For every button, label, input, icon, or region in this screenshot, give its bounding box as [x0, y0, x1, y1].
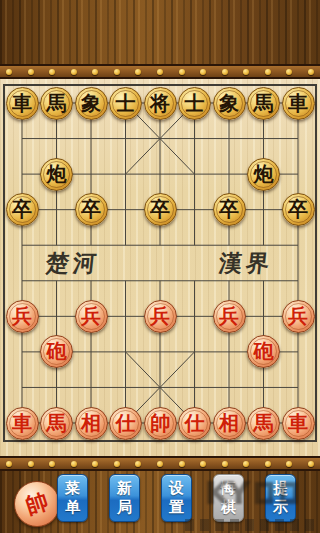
new-game-button-label: 新局 [117, 479, 132, 517]
stud-dot [92, 461, 98, 467]
stud-dot [265, 69, 271, 75]
menu-button-label: 菜单 [65, 479, 80, 517]
settings-button[interactable]: 设置 [161, 474, 192, 522]
stud-dot [71, 461, 77, 467]
hint-button[interactable]: 提示 [265, 474, 296, 522]
bottom-toolbar: 帥 菜单新局设置悔棋提示 [0, 471, 320, 533]
piece-black-象-c6r0[interactable]: 象 [213, 87, 246, 120]
piece-black-卒-c4r3[interactable]: 卒 [144, 193, 177, 226]
piece-red-砲-c1r7[interactable]: 砲 [40, 335, 73, 368]
stud-dot [135, 69, 141, 75]
stud-dot [114, 461, 120, 467]
xiangqi-board[interactable]: 楚河 漢界 車馬象士将士象馬車炮炮卒卒卒卒卒兵兵兵兵兵砲砲車馬相仕帥仕相馬車 [0, 79, 320, 456]
stud-dot [286, 69, 292, 75]
stud-strip-top [0, 64, 320, 79]
piece-red-馬-c1r9[interactable]: 馬 [40, 407, 73, 440]
stud-dot [157, 69, 163, 75]
stud-dot [222, 69, 228, 75]
piece-red-兵-c2r6[interactable]: 兵 [75, 300, 108, 333]
turn-indicator-glyph: 帥 [22, 486, 52, 521]
settings-button-label: 设置 [169, 479, 184, 517]
undo-button-label: 悔棋 [221, 479, 236, 517]
pieces-layer: 車馬象士将士象馬車炮炮卒卒卒卒卒兵兵兵兵兵砲砲車馬相仕帥仕相馬車 [0, 79, 320, 456]
menu-button[interactable]: 菜单 [57, 474, 88, 522]
stud-dot [6, 461, 12, 467]
stud-dot [49, 461, 55, 467]
stud-dot [179, 69, 185, 75]
piece-black-卒-c6r3[interactable]: 卒 [213, 193, 246, 226]
stud-dot [28, 69, 34, 75]
undo-button[interactable]: 悔棋 [213, 474, 244, 522]
stud-dot [179, 461, 185, 467]
piece-red-砲-c7r7[interactable]: 砲 [247, 335, 280, 368]
hint-button-label: 提示 [273, 479, 288, 517]
piece-black-炮-c1r2[interactable]: 炮 [40, 158, 73, 191]
piece-red-兵-c0r6[interactable]: 兵 [6, 300, 39, 333]
piece-red-兵-c8r6[interactable]: 兵 [282, 300, 315, 333]
stud-dot [308, 69, 314, 75]
piece-black-卒-c8r3[interactable]: 卒 [282, 193, 315, 226]
stud-dot [92, 69, 98, 75]
button-row: 菜单新局设置悔棋提示 [57, 474, 297, 522]
piece-red-相-c6r9[interactable]: 相 [213, 407, 246, 440]
piece-red-仕-c3r9[interactable]: 仕 [109, 407, 142, 440]
piece-red-馬-c7r9[interactable]: 馬 [247, 407, 280, 440]
stud-dot [135, 461, 141, 467]
stud-dot [157, 461, 163, 467]
stud-dot [265, 461, 271, 467]
stud-dot [49, 69, 55, 75]
piece-black-馬-c7r0[interactable]: 馬 [247, 87, 280, 120]
piece-black-将-c4r0[interactable]: 将 [144, 87, 177, 120]
piece-black-車-c0r0[interactable]: 車 [6, 87, 39, 120]
new-game-button[interactable]: 新局 [109, 474, 140, 522]
stud-dot [243, 461, 249, 467]
stud-dot [286, 461, 292, 467]
stud-dot [71, 69, 77, 75]
top-wood-frame [0, 0, 320, 64]
stud-dot [114, 69, 120, 75]
piece-red-相-c2r9[interactable]: 相 [75, 407, 108, 440]
piece-black-卒-c0r3[interactable]: 卒 [6, 193, 39, 226]
piece-red-仕-c5r9[interactable]: 仕 [178, 407, 211, 440]
piece-black-卒-c2r3[interactable]: 卒 [75, 193, 108, 226]
stud-dot [28, 461, 34, 467]
piece-red-兵-c6r6[interactable]: 兵 [213, 300, 246, 333]
turn-indicator-piece: 帥 [14, 481, 60, 527]
piece-red-兵-c4r6[interactable]: 兵 [144, 300, 177, 333]
stud-dot [243, 69, 249, 75]
piece-black-馬-c1r0[interactable]: 馬 [40, 87, 73, 120]
piece-black-象-c2r0[interactable]: 象 [75, 87, 108, 120]
xiangqi-app: 楚河 漢界 車馬象士将士象馬車炮炮卒卒卒卒卒兵兵兵兵兵砲砲車馬相仕帥仕相馬車 帥… [0, 0, 320, 533]
piece-black-士-c5r0[interactable]: 士 [178, 87, 211, 120]
stud-strip-bottom [0, 456, 320, 471]
piece-black-士-c3r0[interactable]: 士 [109, 87, 142, 120]
stud-dot [6, 69, 12, 75]
stud-dot [308, 461, 314, 467]
stud-dot [200, 461, 206, 467]
piece-black-車-c8r0[interactable]: 車 [282, 87, 315, 120]
piece-red-帥-c4r9[interactable]: 帥 [144, 407, 177, 440]
stud-dot [222, 461, 228, 467]
stud-dot [200, 69, 206, 75]
piece-black-炮-c7r2[interactable]: 炮 [247, 158, 280, 191]
piece-red-車-c0r9[interactable]: 車 [6, 407, 39, 440]
piece-red-車-c8r9[interactable]: 車 [282, 407, 315, 440]
